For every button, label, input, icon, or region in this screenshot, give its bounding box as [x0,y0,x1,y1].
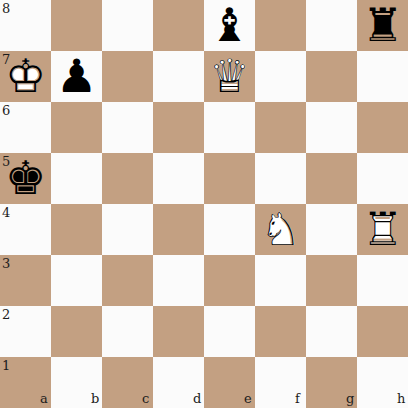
square-h5[interactable] [357,153,408,204]
square-d2[interactable] [153,306,204,357]
square-f5[interactable] [255,153,306,204]
piece-white-queen-e7[interactable]: ♛♕ [204,51,255,102]
square-e6[interactable] [204,102,255,153]
square-c3[interactable] [102,255,153,306]
square-e3[interactable] [204,255,255,306]
square-g8[interactable] [306,0,357,51]
rank-label-6: 6 [2,104,10,117]
square-d8[interactable] [153,0,204,51]
rank-label-5: 5 [2,155,10,168]
white-knight-outline-icon: ♘ [255,204,306,255]
square-f3[interactable] [255,255,306,306]
piece-white-rook-h4[interactable]: ♜♖ [357,204,408,255]
square-f6[interactable] [255,102,306,153]
square-d4[interactable] [153,204,204,255]
square-e4[interactable] [204,204,255,255]
piece-black-rook-h8[interactable]: ♜ [357,0,408,51]
black-rook-icon: ♜ [357,0,408,51]
square-h3[interactable] [357,255,408,306]
file-label-h: h [397,392,405,405]
square-f7[interactable] [255,51,306,102]
square-c6[interactable] [102,102,153,153]
square-c4[interactable] [102,204,153,255]
square-b6[interactable] [51,102,102,153]
rank-label-2: 2 [2,308,10,321]
square-b8[interactable] [51,0,102,51]
square-h2[interactable] [357,306,408,357]
rank-label-3: 3 [2,257,10,270]
square-g7[interactable] [306,51,357,102]
square-b4[interactable] [51,204,102,255]
file-label-g: g [346,392,354,405]
square-h7[interactable] [357,51,408,102]
chess-board: ♝♜♚♔♟♛♕♚♞♘♜♖ 87654321abcdefgh [0,0,408,408]
rank-label-7: 7 [2,53,10,66]
square-d3[interactable] [153,255,204,306]
file-label-f: f [295,392,300,405]
piece-black-bishop-e8[interactable]: ♝ [204,0,255,51]
white-queen-outline-icon: ♕ [204,51,255,102]
square-e5[interactable] [204,153,255,204]
square-b2[interactable] [51,306,102,357]
file-label-e: e [244,392,252,405]
square-h6[interactable] [357,102,408,153]
square-g2[interactable] [306,306,357,357]
rank-label-1: 1 [2,359,10,372]
square-c2[interactable] [102,306,153,357]
square-c8[interactable] [102,0,153,51]
square-f2[interactable] [255,306,306,357]
file-label-c: c [142,392,149,405]
square-g5[interactable] [306,153,357,204]
file-label-d: d [193,392,201,405]
square-e2[interactable] [204,306,255,357]
rank-label-8: 8 [2,2,10,15]
square-b5[interactable] [51,153,102,204]
white-rook-outline-icon: ♖ [357,204,408,255]
black-bishop-icon: ♝ [204,0,255,51]
square-g4[interactable] [306,204,357,255]
square-g3[interactable] [306,255,357,306]
square-c7[interactable] [102,51,153,102]
square-g6[interactable] [306,102,357,153]
file-label-b: b [91,392,99,405]
square-b3[interactable] [51,255,102,306]
square-c5[interactable] [102,153,153,204]
piece-black-pawn-b7[interactable]: ♟ [51,51,102,102]
file-label-a: a [40,392,48,405]
square-f8[interactable] [255,0,306,51]
square-d6[interactable] [153,102,204,153]
square-d5[interactable] [153,153,204,204]
black-pawn-icon: ♟ [51,51,102,102]
square-d7[interactable] [153,51,204,102]
rank-label-4: 4 [2,206,10,219]
piece-white-knight-f4[interactable]: ♞♘ [255,204,306,255]
